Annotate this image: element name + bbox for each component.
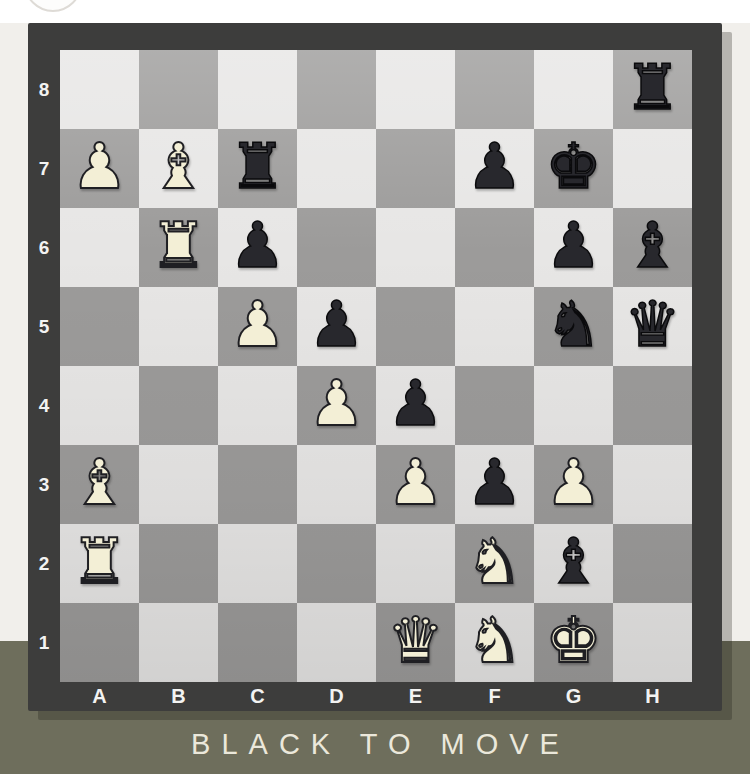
rank-label-1: 1 xyxy=(28,603,60,682)
square-b3[interactable] xyxy=(139,445,218,524)
square-h5[interactable]: ♛ xyxy=(613,287,692,366)
square-b4[interactable] xyxy=(139,366,218,445)
square-g3[interactable]: ♟ xyxy=(534,445,613,524)
rank-label-2: 2 xyxy=(28,524,60,603)
file-label-e: E xyxy=(376,682,455,711)
square-b8[interactable] xyxy=(139,50,218,129)
rank-label-6: 6 xyxy=(28,208,60,287)
piece-white-rook: ♜ xyxy=(71,530,127,593)
square-d5[interactable]: ♟ xyxy=(297,287,376,366)
square-g5[interactable]: ♞ xyxy=(534,287,613,366)
piece-white-rook: ♜ xyxy=(150,214,206,277)
square-h8[interactable]: ♜ xyxy=(613,50,692,129)
square-d6[interactable] xyxy=(297,208,376,287)
file-label-h: H xyxy=(613,682,692,711)
piece-white-pawn: ♟ xyxy=(71,135,127,198)
rank-label-8: 8 xyxy=(28,50,60,129)
piece-white-pawn: ♟ xyxy=(308,372,364,435)
square-b5[interactable] xyxy=(139,287,218,366)
square-d4[interactable]: ♟ xyxy=(297,366,376,445)
avatar-icon[interactable] xyxy=(24,0,82,12)
square-g2[interactable]: ♝ xyxy=(534,524,613,603)
piece-white-knight: ♞ xyxy=(466,609,522,672)
piece-black-king: ♚ xyxy=(545,135,601,198)
square-h2[interactable] xyxy=(613,524,692,603)
square-c3[interactable] xyxy=(218,445,297,524)
square-f8[interactable] xyxy=(455,50,534,129)
piece-black-pawn: ♟ xyxy=(229,214,285,277)
square-f4[interactable] xyxy=(455,366,534,445)
square-b2[interactable] xyxy=(139,524,218,603)
rank-label-5: 5 xyxy=(28,287,60,366)
piece-white-bishop: ♝ xyxy=(150,135,206,198)
square-g8[interactable] xyxy=(534,50,613,129)
square-e1[interactable]: ♛ xyxy=(376,603,455,682)
file-label-a: A xyxy=(60,682,139,711)
square-b1[interactable] xyxy=(139,603,218,682)
rank-label-7: 7 xyxy=(28,129,60,208)
square-a6[interactable] xyxy=(60,208,139,287)
square-h3[interactable] xyxy=(613,445,692,524)
square-a5[interactable] xyxy=(60,287,139,366)
square-c1[interactable] xyxy=(218,603,297,682)
square-a4[interactable] xyxy=(60,366,139,445)
square-d7[interactable] xyxy=(297,129,376,208)
square-f6[interactable] xyxy=(455,208,534,287)
square-b7[interactable]: ♝ xyxy=(139,129,218,208)
piece-white-pawn: ♟ xyxy=(387,451,443,514)
square-c2[interactable] xyxy=(218,524,297,603)
piece-black-pawn: ♟ xyxy=(466,135,522,198)
square-h6[interactable]: ♝ xyxy=(613,208,692,287)
square-g4[interactable] xyxy=(534,366,613,445)
square-d8[interactable] xyxy=(297,50,376,129)
piece-black-pawn: ♟ xyxy=(466,451,522,514)
file-label-c: C xyxy=(218,682,297,711)
square-g7[interactable]: ♚ xyxy=(534,129,613,208)
chess-board: ♜♟♝♜♟♚♜♟♟♝♟♟♞♛♟♟♝♟♟♟♜♞♝♛♞♚ xyxy=(60,50,692,682)
square-g6[interactable]: ♟ xyxy=(534,208,613,287)
piece-white-pawn: ♟ xyxy=(545,451,601,514)
file-label-g: G xyxy=(534,682,613,711)
square-c6[interactable]: ♟ xyxy=(218,208,297,287)
square-e5[interactable] xyxy=(376,287,455,366)
piece-white-bishop: ♝ xyxy=(71,451,127,514)
square-a1[interactable] xyxy=(60,603,139,682)
piece-black-bishop: ♝ xyxy=(624,214,680,277)
square-e8[interactable] xyxy=(376,50,455,129)
square-f5[interactable] xyxy=(455,287,534,366)
square-h4[interactable] xyxy=(613,366,692,445)
rank-label-4: 4 xyxy=(28,366,60,445)
square-d2[interactable] xyxy=(297,524,376,603)
page: ♜♟♝♜♟♚♜♟♟♝♟♟♞♛♟♟♝♟♟♟♜♞♝♛♞♚ 87654321 ABCD… xyxy=(0,0,750,774)
square-d1[interactable] xyxy=(297,603,376,682)
square-f7[interactable]: ♟ xyxy=(455,129,534,208)
square-b6[interactable]: ♜ xyxy=(139,208,218,287)
piece-black-bishop: ♝ xyxy=(545,530,601,593)
square-d3[interactable] xyxy=(297,445,376,524)
file-label-b: B xyxy=(139,682,218,711)
piece-white-knight: ♞ xyxy=(466,530,522,593)
piece-black-pawn: ♟ xyxy=(545,214,601,277)
square-h1[interactable] xyxy=(613,603,692,682)
square-c5[interactable]: ♟ xyxy=(218,287,297,366)
square-e6[interactable] xyxy=(376,208,455,287)
piece-black-rook: ♜ xyxy=(624,56,680,119)
file-label-f: F xyxy=(455,682,534,711)
square-e3[interactable]: ♟ xyxy=(376,445,455,524)
square-c8[interactable] xyxy=(218,50,297,129)
square-a3[interactable]: ♝ xyxy=(60,445,139,524)
square-e4[interactable]: ♟ xyxy=(376,366,455,445)
square-h7[interactable] xyxy=(613,129,692,208)
piece-black-rook: ♜ xyxy=(229,135,285,198)
square-f1[interactable]: ♞ xyxy=(455,603,534,682)
square-f2[interactable]: ♞ xyxy=(455,524,534,603)
chess-board-frame: ♜♟♝♜♟♚♜♟♟♝♟♟♞♛♟♟♝♟♟♟♜♞♝♛♞♚ 87654321 ABCD… xyxy=(28,23,722,711)
square-a7[interactable]: ♟ xyxy=(60,129,139,208)
top-bar xyxy=(0,0,750,23)
square-f3[interactable]: ♟ xyxy=(455,445,534,524)
square-e7[interactable] xyxy=(376,129,455,208)
piece-black-pawn: ♟ xyxy=(308,293,364,356)
piece-white-pawn: ♟ xyxy=(229,293,285,356)
square-c4[interactable] xyxy=(218,366,297,445)
piece-white-queen: ♛ xyxy=(387,609,443,672)
piece-black-knight: ♞ xyxy=(545,293,601,356)
square-a2[interactable]: ♜ xyxy=(60,524,139,603)
square-e2[interactable] xyxy=(376,524,455,603)
piece-black-pawn: ♟ xyxy=(387,372,443,435)
piece-white-king: ♚ xyxy=(545,609,601,672)
square-g1[interactable]: ♚ xyxy=(534,603,613,682)
file-label-d: D xyxy=(297,682,376,711)
piece-black-queen: ♛ xyxy=(624,293,680,356)
rank-label-3: 3 xyxy=(28,445,60,524)
square-a8[interactable] xyxy=(60,50,139,129)
square-c7[interactable]: ♜ xyxy=(218,129,297,208)
